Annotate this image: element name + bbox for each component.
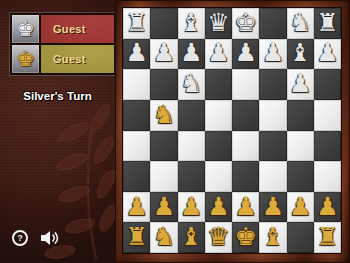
square-h8[interactable]: ♜ (314, 8, 341, 39)
turn-indicator: Silver's Turn (0, 90, 115, 102)
square-c5[interactable] (178, 100, 205, 131)
square-f3[interactable] (259, 161, 286, 192)
square-d4[interactable] (205, 131, 232, 162)
silver-king-icon: ♚ (12, 15, 39, 43)
board-frame: ♜♝♛♚♞♜♟♟♟♟♟♟♝♟♞♟♞♟♟♟♟♟♟♟♟♜♞♝♛♚♝♜ (115, 0, 350, 263)
square-g3[interactable] (287, 161, 314, 192)
sidebar: ♚ Guest ♚ Guest Silver's Turn ? (0, 0, 115, 263)
square-c8[interactable]: ♝ (178, 8, 205, 39)
square-f8[interactable] (259, 8, 286, 39)
square-c4[interactable] (178, 131, 205, 162)
square-d1[interactable]: ♛ (205, 222, 232, 253)
square-a2[interactable]: ♟ (123, 192, 150, 223)
square-g2[interactable]: ♟ (287, 192, 314, 223)
silver-queen: ♛ (207, 10, 229, 35)
square-e5[interactable] (232, 100, 259, 131)
square-c1[interactable]: ♝ (178, 222, 205, 253)
gold-queen: ♛ (207, 224, 229, 249)
bottom-controls: ? (12, 230, 59, 246)
silver-pawn: ♟ (234, 40, 256, 65)
square-b2[interactable]: ♟ (150, 192, 177, 223)
player-name-silver: Guest (41, 15, 114, 43)
gold-king: ♚ (234, 224, 256, 249)
square-c3[interactable] (178, 161, 205, 192)
square-d8[interactable]: ♛ (205, 8, 232, 39)
square-b3[interactable] (150, 161, 177, 192)
chess-game-window: ♚ Guest ♚ Guest Silver's Turn ? (0, 0, 350, 263)
square-c2[interactable]: ♟ (178, 192, 205, 223)
square-b6[interactable] (150, 69, 177, 100)
sound-icon[interactable] (40, 230, 59, 246)
square-d6[interactable] (205, 69, 232, 100)
square-a4[interactable] (123, 131, 150, 162)
silver-rook: ♜ (125, 10, 147, 35)
help-icon[interactable]: ? (12, 230, 28, 246)
gold-knight: ♞ (153, 224, 175, 249)
square-e2[interactable]: ♟ (232, 192, 259, 223)
square-a7[interactable]: ♟ (123, 39, 150, 70)
silver-pawn: ♟ (125, 40, 147, 65)
gold-rook: ♜ (125, 224, 147, 249)
silver-pawn: ♟ (207, 40, 229, 65)
players-panel: ♚ Guest ♚ Guest (10, 13, 116, 75)
square-f7[interactable]: ♟ (259, 39, 286, 70)
square-e8[interactable]: ♚ (232, 8, 259, 39)
square-g4[interactable] (287, 131, 314, 162)
gold-bishop: ♝ (262, 224, 284, 249)
silver-king-glyph: ♚ (16, 19, 35, 40)
square-g6[interactable]: ♟ (287, 69, 314, 100)
silver-bishop: ♝ (180, 10, 202, 35)
square-a1[interactable]: ♜ (123, 222, 150, 253)
square-e4[interactable] (232, 131, 259, 162)
square-d5[interactable] (205, 100, 232, 131)
silver-king: ♚ (234, 10, 256, 35)
square-f2[interactable]: ♟ (259, 192, 286, 223)
square-a8[interactable]: ♜ (123, 8, 150, 39)
square-b4[interactable] (150, 131, 177, 162)
square-h7[interactable]: ♟ (314, 39, 341, 70)
square-a3[interactable] (123, 161, 150, 192)
square-h6[interactable] (314, 69, 341, 100)
gold-bishop: ♝ (180, 224, 202, 249)
gold-king-glyph: ♚ (16, 49, 35, 70)
gold-pawn: ♟ (316, 194, 338, 219)
square-e1[interactable]: ♚ (232, 222, 259, 253)
gold-pawn: ♟ (234, 194, 256, 219)
player-row-silver[interactable]: ♚ Guest (12, 15, 114, 43)
square-e7[interactable]: ♟ (232, 39, 259, 70)
gold-pawn: ♟ (153, 194, 175, 219)
square-h4[interactable] (314, 131, 341, 162)
chess-board[interactable]: ♜♝♛♚♞♜♟♟♟♟♟♟♝♟♞♟♞♟♟♟♟♟♟♟♟♜♞♝♛♚♝♜ (123, 8, 341, 253)
gold-king-icon: ♚ (12, 45, 39, 73)
player-row-gold[interactable]: ♚ Guest (12, 45, 114, 73)
square-f4[interactable] (259, 131, 286, 162)
square-f6[interactable] (259, 69, 286, 100)
silver-knight: ♞ (289, 10, 311, 35)
gold-pawn: ♟ (180, 194, 202, 219)
square-g8[interactable]: ♞ (287, 8, 314, 39)
square-h1[interactable]: ♜ (314, 222, 341, 253)
square-h3[interactable] (314, 161, 341, 192)
gold-pawn: ♟ (262, 194, 284, 219)
square-g1[interactable] (287, 222, 314, 253)
gold-pawn: ♟ (125, 194, 147, 219)
player-name-gold: Guest (41, 45, 114, 73)
square-g7[interactable]: ♝ (287, 39, 314, 70)
gold-pawn: ♟ (207, 194, 229, 219)
gold-rook: ♜ (316, 224, 338, 249)
square-e6[interactable] (232, 69, 259, 100)
square-d7[interactable]: ♟ (205, 39, 232, 70)
silver-pawn: ♟ (262, 40, 284, 65)
square-d2[interactable]: ♟ (205, 192, 232, 223)
square-c6[interactable]: ♞ (178, 69, 205, 100)
square-b8[interactable] (150, 8, 177, 39)
square-d3[interactable] (205, 161, 232, 192)
help-glyph: ? (17, 234, 23, 243)
square-c7[interactable]: ♟ (178, 39, 205, 70)
gold-pawn: ♟ (289, 194, 311, 219)
silver-pawn: ♟ (153, 40, 175, 65)
square-b5[interactable]: ♞ (150, 100, 177, 131)
silver-bishop: ♝ (289, 40, 311, 65)
square-b7[interactable]: ♟ (150, 39, 177, 70)
silver-pawn: ♟ (180, 40, 202, 65)
square-f5[interactable] (259, 100, 286, 131)
square-h2[interactable]: ♟ (314, 192, 341, 223)
square-a6[interactable] (123, 69, 150, 100)
silver-knight: ♞ (180, 71, 202, 96)
square-e3[interactable] (232, 161, 259, 192)
gold-knight: ♞ (153, 102, 175, 127)
square-f1[interactable]: ♝ (259, 222, 286, 253)
silver-pawn: ♟ (289, 71, 311, 96)
square-g5[interactable] (287, 100, 314, 131)
square-h5[interactable] (314, 100, 341, 131)
square-b1[interactable]: ♞ (150, 222, 177, 253)
square-a5[interactable] (123, 100, 150, 131)
silver-pawn: ♟ (316, 40, 338, 65)
silver-rook: ♜ (316, 10, 338, 35)
